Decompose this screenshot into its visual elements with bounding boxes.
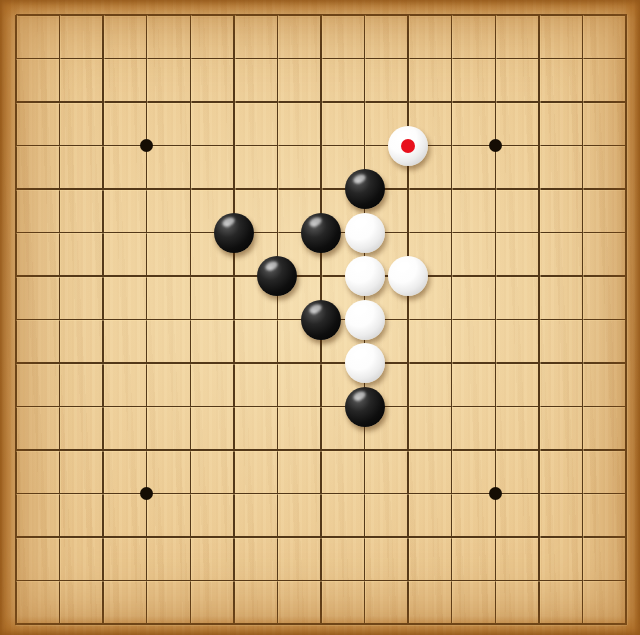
grid-line-horizontal <box>16 362 627 363</box>
stone-white <box>345 213 385 253</box>
stone-white <box>345 343 385 383</box>
board[interactable] <box>0 0 640 635</box>
gomoku-board-screenshot <box>0 0 640 635</box>
star-point <box>489 487 502 500</box>
grid-line-vertical <box>59 15 60 625</box>
grid-line-vertical <box>190 15 191 625</box>
stone-highlight <box>221 216 236 229</box>
stone-highlight <box>264 259 279 272</box>
grid-line-vertical <box>625 15 626 625</box>
star-point <box>140 487 153 500</box>
grid-line-horizontal <box>16 275 627 276</box>
grid-line-horizontal <box>16 536 627 537</box>
grid-line-horizontal <box>16 623 627 624</box>
star-point <box>489 139 502 152</box>
grid-line-vertical <box>407 15 408 625</box>
grid-line-horizontal <box>16 145 627 146</box>
stone-white <box>345 300 385 340</box>
grid-line-vertical <box>15 15 16 625</box>
stone-highlight <box>351 346 369 361</box>
grid-line-horizontal <box>16 101 627 102</box>
grid-line-vertical <box>495 15 496 625</box>
star-point <box>140 139 153 152</box>
stone-black <box>345 387 385 427</box>
stone-highlight <box>351 302 369 317</box>
stone-black <box>301 213 341 253</box>
stone-black <box>214 213 254 253</box>
grid-line-horizontal <box>16 449 627 450</box>
grid-line-horizontal <box>16 188 627 189</box>
grid-line-horizontal <box>16 493 627 494</box>
stone-highlight <box>351 172 366 185</box>
stone-black <box>301 300 341 340</box>
grid-line-vertical <box>146 15 147 625</box>
stone-black <box>345 169 385 209</box>
stone-highlight <box>308 216 323 229</box>
grid-line-horizontal <box>16 14 627 15</box>
stone-highlight <box>395 259 413 274</box>
stone-highlight <box>351 215 369 230</box>
stone-highlight <box>351 390 366 403</box>
grid-line-horizontal <box>16 406 627 407</box>
grid-line-vertical <box>582 15 583 625</box>
grid-line-horizontal <box>16 58 627 59</box>
grid-line-vertical <box>102 15 103 625</box>
stone-highlight <box>308 303 323 316</box>
stone-white <box>388 256 428 296</box>
stone-black <box>257 256 297 296</box>
last-move-marker <box>401 139 415 153</box>
grid-line-horizontal <box>16 580 627 581</box>
stone-highlight <box>351 259 369 274</box>
grid-line-vertical <box>538 15 539 625</box>
stone-white-last-move <box>388 126 428 166</box>
grid-line-vertical <box>451 15 452 625</box>
stone-white <box>345 256 385 296</box>
grid-line-vertical <box>277 15 278 625</box>
grid-line-vertical <box>233 15 234 625</box>
